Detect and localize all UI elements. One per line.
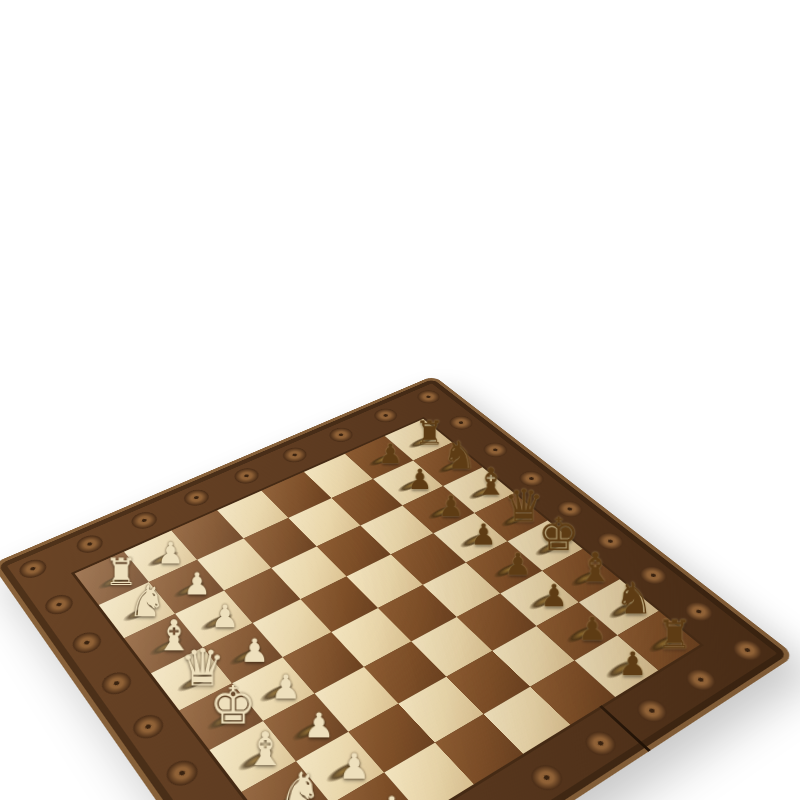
photo-scene: ♜♟♟♜♞♟♟♞♝♟♟♝♛♟♟♛♚♟♟♚♝♟♟♝♞♟♟♞♜♟♟♜ [0,0,800,800]
page: { "game": "chess", "scene": { "view": "s… [0,0,800,800]
board-squares: ♜♟♟♜♞♟♟♞♝♟♟♝♛♟♟♛♚♟♟♚♝♟♟♝♞♟♟♞♜♟♟♜ [75,419,700,800]
piece-black-pawn[interactable]: ♟ [457,521,510,549]
chess-board: ♜♟♟♜♞♟♟♞♝♟♟♝♛♟♟♛♚♟♟♚♝♟♟♝♞♟♟♞♜♟♟♜ [0,376,795,800]
piece-white-pawn[interactable]: ♟ [256,671,316,703]
piece-black-pawn[interactable]: ♟ [526,581,582,610]
piece-black-pawn[interactable]: ♟ [563,614,621,644]
piece-black-pawn[interactable]: ♟ [603,648,662,679]
piece-white-pawn[interactable]: ♟ [358,793,424,800]
piece-white-knight[interactable]: ♞ [267,767,333,800]
piece-white-pawn[interactable]: ♟ [196,601,253,631]
piece-white-pawn[interactable]: ♟ [143,539,197,567]
piece-white-pawn[interactable]: ♟ [169,569,225,598]
piece-black-pawn[interactable]: ♟ [425,493,477,520]
piece-white-pawn[interactable]: ♟ [225,635,284,666]
board-tilt-wrapper: ♜♟♟♜♞♟♟♞♝♟♟♝♛♟♟♛♚♟♟♚♝♟♟♝♞♟♟♞♜♟♟♜ [0,376,795,800]
piece-black-pawn[interactable]: ♟ [490,550,545,579]
hinge-seam [599,705,650,751]
